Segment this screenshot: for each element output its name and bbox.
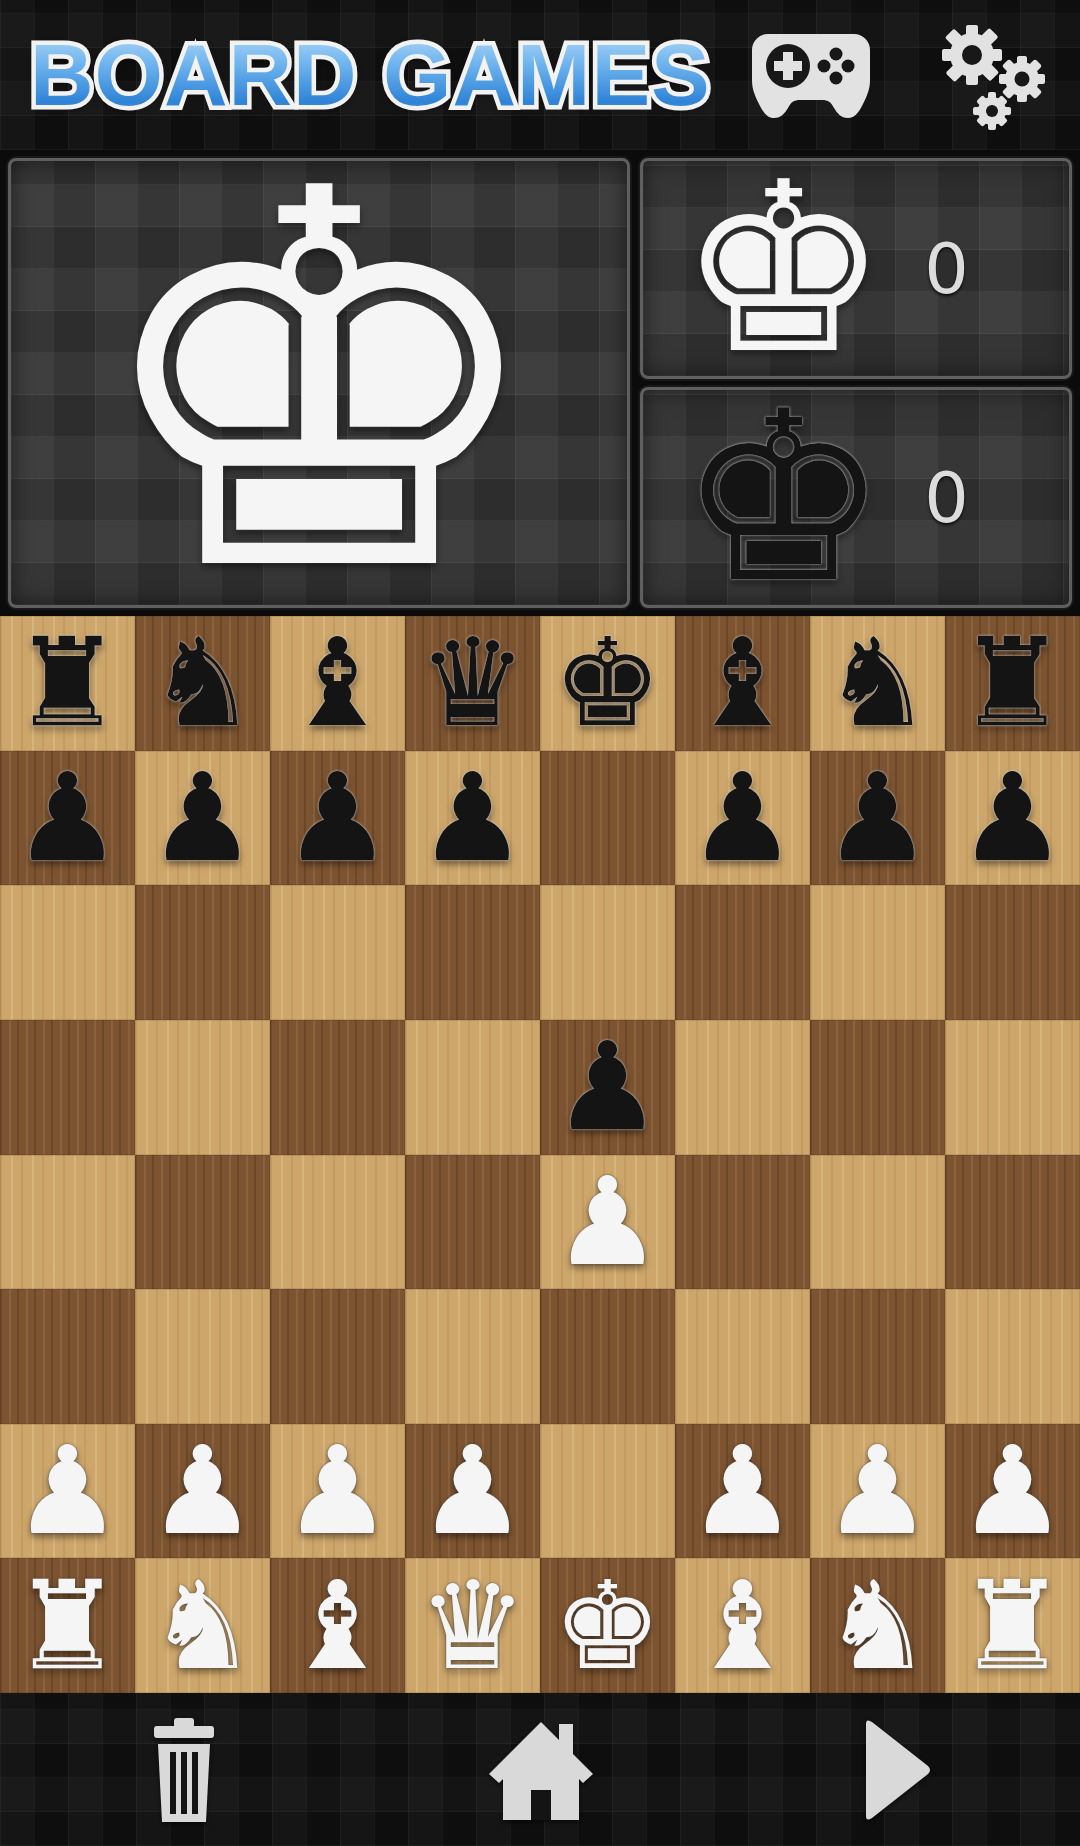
- square-h2[interactable]: ♟: [945, 1424, 1080, 1559]
- square-a8[interactable]: ♜: [0, 616, 135, 751]
- app-title: BOARD GAMES BOARD GAMES: [30, 31, 711, 119]
- square-a3[interactable]: [0, 1289, 135, 1424]
- square-h5[interactable]: [945, 1020, 1080, 1155]
- header-actions: [750, 17, 1050, 133]
- white-pawn[interactable]: ♟: [688, 1430, 797, 1552]
- square-d8[interactable]: ♛: [405, 616, 540, 751]
- white-pawn[interactable]: ♟: [553, 1161, 662, 1283]
- square-f6[interactable]: [675, 885, 810, 1020]
- square-e2[interactable]: [540, 1424, 675, 1559]
- black-pawn[interactable]: ♟: [688, 757, 797, 879]
- black-pawn[interactable]: ♟: [13, 757, 122, 879]
- square-d3[interactable]: [405, 1289, 540, 1424]
- black-rook[interactable]: ♜: [958, 622, 1067, 744]
- chess-board: ♜♞♝♛♚♝♞♜♟♟♟♟♟♟♟♟♟♟♟♟♟♟♟♟♜♞♝♛♚♝♞♜: [0, 616, 1080, 1693]
- featured-piece-panel: ♚: [8, 158, 630, 608]
- black-queen[interactable]: ♛: [418, 622, 527, 744]
- square-h1[interactable]: ♜: [945, 1558, 1080, 1693]
- square-g1[interactable]: ♞: [810, 1558, 945, 1693]
- white-king-box: ♚: [643, 164, 924, 374]
- square-f2[interactable]: ♟: [675, 1424, 810, 1559]
- square-h6[interactable]: [945, 885, 1080, 1020]
- white-knight[interactable]: ♞: [148, 1565, 257, 1687]
- square-e5[interactable]: ♟: [540, 1020, 675, 1155]
- black-knight[interactable]: ♞: [823, 622, 932, 744]
- home-button[interactable]: [489, 1720, 593, 1820]
- black-pawn[interactable]: ♟: [418, 757, 527, 879]
- square-f7[interactable]: ♟: [675, 751, 810, 886]
- square-a6[interactable]: [0, 885, 135, 1020]
- square-f4[interactable]: [675, 1155, 810, 1290]
- white-pawn[interactable]: ♟: [823, 1430, 932, 1552]
- square-b5[interactable]: [135, 1020, 270, 1155]
- square-b7[interactable]: ♟: [135, 751, 270, 886]
- white-rook[interactable]: ♜: [13, 1565, 122, 1687]
- black-score: 0: [924, 457, 1069, 539]
- white-pawn[interactable]: ♟: [13, 1430, 122, 1552]
- white-bishop[interactable]: ♝: [283, 1565, 392, 1687]
- square-d1[interactable]: ♛: [405, 1558, 540, 1693]
- square-d5[interactable]: [405, 1020, 540, 1155]
- white-queen[interactable]: ♛: [418, 1565, 527, 1687]
- square-g7[interactable]: ♟: [810, 751, 945, 886]
- white-player-row: ♚ 0: [640, 158, 1072, 379]
- square-h3[interactable]: [945, 1289, 1080, 1424]
- square-g6[interactable]: [810, 885, 945, 1020]
- app-header: BOARD GAMES BOARD GAMES: [0, 0, 1080, 150]
- black-pawn[interactable]: ♟: [553, 1026, 662, 1148]
- gamepad-icon[interactable]: [750, 26, 872, 124]
- square-b2[interactable]: ♟: [135, 1424, 270, 1559]
- square-g3[interactable]: [810, 1289, 945, 1424]
- black-bishop[interactable]: ♝: [688, 622, 797, 744]
- white-pawn[interactable]: ♟: [958, 1430, 1067, 1552]
- square-f1[interactable]: ♝: [675, 1558, 810, 1693]
- square-g4[interactable]: [810, 1155, 945, 1290]
- square-a2[interactable]: ♟: [0, 1424, 135, 1559]
- square-g8[interactable]: ♞: [810, 616, 945, 751]
- square-b8[interactable]: ♞: [135, 616, 270, 751]
- square-c5[interactable]: [270, 1020, 405, 1155]
- square-b1[interactable]: ♞: [135, 1558, 270, 1693]
- square-e7[interactable]: [540, 751, 675, 886]
- square-h7[interactable]: ♟: [945, 751, 1080, 886]
- square-c2[interactable]: ♟: [270, 1424, 405, 1559]
- black-pawn[interactable]: ♟: [823, 757, 932, 879]
- white-pawn[interactable]: ♟: [148, 1430, 257, 1552]
- square-e3[interactable]: [540, 1289, 675, 1424]
- black-player-row: ♚ 0: [640, 387, 1072, 608]
- square-c1[interactable]: ♝: [270, 1558, 405, 1693]
- app-title-text: BOARD GAMES: [30, 25, 711, 124]
- square-d7[interactable]: ♟: [405, 751, 540, 886]
- white-king[interactable]: ♚: [553, 1565, 662, 1687]
- square-g5[interactable]: [810, 1020, 945, 1155]
- black-pawn[interactable]: ♟: [283, 757, 392, 879]
- black-king-box: ♚: [643, 393, 924, 603]
- black-rook[interactable]: ♜: [13, 622, 122, 744]
- square-h8[interactable]: ♜: [945, 616, 1080, 751]
- white-knight[interactable]: ♞: [823, 1565, 932, 1687]
- white-rook[interactable]: ♜: [958, 1565, 1067, 1687]
- square-b3[interactable]: [135, 1289, 270, 1424]
- square-a1[interactable]: ♜: [0, 1558, 135, 1693]
- black-bishop[interactable]: ♝: [283, 622, 392, 744]
- white-pawn[interactable]: ♟: [418, 1430, 527, 1552]
- white-pawn[interactable]: ♟: [283, 1430, 392, 1552]
- square-a5[interactable]: [0, 1020, 135, 1155]
- settings-gears-icon[interactable]: [934, 17, 1050, 133]
- black-pawn[interactable]: ♟: [958, 757, 1067, 879]
- square-c3[interactable]: [270, 1289, 405, 1424]
- square-e6[interactable]: [540, 885, 675, 1020]
- square-b6[interactable]: [135, 885, 270, 1020]
- square-a7[interactable]: ♟: [0, 751, 135, 886]
- white-king-icon: ♚: [678, 158, 889, 379]
- square-f5[interactable]: [675, 1020, 810, 1155]
- white-score: 0: [924, 228, 1069, 310]
- black-king-icon: ♚: [678, 387, 889, 608]
- square-g2[interactable]: ♟: [810, 1424, 945, 1559]
- square-b4[interactable]: [135, 1155, 270, 1290]
- white-king-large: ♚: [86, 163, 552, 603]
- white-bishop[interactable]: ♝: [688, 1565, 797, 1687]
- square-c6[interactable]: [270, 885, 405, 1020]
- square-h4[interactable]: [945, 1155, 1080, 1290]
- square-f3[interactable]: [675, 1289, 810, 1424]
- square-c8[interactable]: ♝: [270, 616, 405, 751]
- square-d4[interactable]: [405, 1155, 540, 1290]
- bottom-toolbar: [0, 1693, 1080, 1846]
- square-e4[interactable]: ♟: [540, 1155, 675, 1290]
- square-a4[interactable]: [0, 1155, 135, 1290]
- square-d6[interactable]: [405, 885, 540, 1020]
- square-e1[interactable]: ♚: [540, 1558, 675, 1693]
- play-button[interactable]: [862, 1718, 932, 1822]
- black-pawn[interactable]: ♟: [148, 757, 257, 879]
- black-knight[interactable]: ♞: [148, 622, 257, 744]
- black-king[interactable]: ♚: [553, 622, 662, 744]
- trash-button[interactable]: [148, 1718, 220, 1822]
- square-c7[interactable]: ♟: [270, 751, 405, 886]
- square-d2[interactable]: ♟: [405, 1424, 540, 1559]
- square-f8[interactable]: ♝: [675, 616, 810, 751]
- players-panel: ♚ 0 ♚ 0: [640, 158, 1072, 608]
- scoreboard: ♚ ♚ 0 ♚ 0: [0, 150, 1080, 616]
- square-c4[interactable]: [270, 1155, 405, 1290]
- square-e8[interactable]: ♚: [540, 616, 675, 751]
